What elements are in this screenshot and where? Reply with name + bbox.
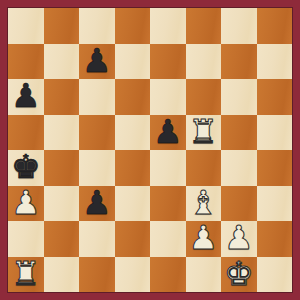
- square-c8[interactable]: [79, 8, 115, 44]
- square-b2[interactable]: [44, 221, 80, 257]
- square-g4[interactable]: [221, 150, 257, 186]
- square-f3[interactable]: ♝: [186, 186, 222, 222]
- square-c6[interactable]: [79, 79, 115, 115]
- square-a1[interactable]: ♜: [8, 257, 44, 293]
- square-f8[interactable]: [186, 8, 222, 44]
- square-f5[interactable]: ♜: [186, 115, 222, 151]
- square-d4[interactable]: [115, 150, 151, 186]
- square-e8[interactable]: [150, 8, 186, 44]
- white-pawn: ♟: [188, 221, 218, 254]
- square-g3[interactable]: [221, 186, 257, 222]
- square-e7[interactable]: [150, 44, 186, 80]
- chess-board: ♟♟♟♜♚♟♟♝♟♟♜♚: [8, 8, 292, 292]
- square-f1[interactable]: [186, 257, 222, 293]
- square-b8[interactable]: [44, 8, 80, 44]
- square-g7[interactable]: [221, 44, 257, 80]
- square-h1[interactable]: [257, 257, 293, 293]
- square-h7[interactable]: [257, 44, 293, 80]
- square-d3[interactable]: [115, 186, 151, 222]
- square-a8[interactable]: [8, 8, 44, 44]
- square-f6[interactable]: [186, 79, 222, 115]
- square-a4[interactable]: ♚: [8, 150, 44, 186]
- square-g8[interactable]: [221, 8, 257, 44]
- square-e3[interactable]: [150, 186, 186, 222]
- square-b1[interactable]: [44, 257, 80, 293]
- black-king: ♚: [11, 150, 41, 183]
- square-b6[interactable]: [44, 79, 80, 115]
- square-h6[interactable]: [257, 79, 293, 115]
- square-g6[interactable]: [221, 79, 257, 115]
- square-d8[interactable]: [115, 8, 151, 44]
- square-d2[interactable]: [115, 221, 151, 257]
- square-a7[interactable]: [8, 44, 44, 80]
- square-g1[interactable]: ♚: [221, 257, 257, 293]
- square-e5[interactable]: ♟: [150, 115, 186, 151]
- black-pawn: ♟: [82, 44, 112, 77]
- square-c2[interactable]: [79, 221, 115, 257]
- white-rook: ♜: [11, 257, 41, 290]
- square-b3[interactable]: [44, 186, 80, 222]
- black-pawn: ♟: [82, 186, 112, 219]
- square-e6[interactable]: [150, 79, 186, 115]
- board-frame: ♟♟♟♜♚♟♟♝♟♟♜♚: [0, 0, 300, 300]
- white-king: ♚: [224, 257, 254, 290]
- square-c3[interactable]: ♟: [79, 186, 115, 222]
- square-a6[interactable]: ♟: [8, 79, 44, 115]
- square-e4[interactable]: [150, 150, 186, 186]
- white-bishop: ♝: [188, 186, 218, 219]
- square-a2[interactable]: [8, 221, 44, 257]
- square-f7[interactable]: [186, 44, 222, 80]
- square-c1[interactable]: [79, 257, 115, 293]
- square-d5[interactable]: [115, 115, 151, 151]
- black-pawn: ♟: [11, 79, 41, 112]
- square-f4[interactable]: [186, 150, 222, 186]
- square-h3[interactable]: [257, 186, 293, 222]
- square-g5[interactable]: [221, 115, 257, 151]
- white-pawn: ♟: [224, 221, 254, 254]
- square-e2[interactable]: [150, 221, 186, 257]
- square-h5[interactable]: [257, 115, 293, 151]
- white-pawn: ♟: [11, 186, 41, 219]
- square-a3[interactable]: ♟: [8, 186, 44, 222]
- white-rook: ♜: [188, 115, 218, 148]
- square-d6[interactable]: [115, 79, 151, 115]
- square-d1[interactable]: [115, 257, 151, 293]
- square-h2[interactable]: [257, 221, 293, 257]
- square-f2[interactable]: ♟: [186, 221, 222, 257]
- square-d7[interactable]: [115, 44, 151, 80]
- square-b5[interactable]: [44, 115, 80, 151]
- black-pawn: ♟: [153, 115, 183, 148]
- square-h4[interactable]: [257, 150, 293, 186]
- square-g2[interactable]: ♟: [221, 221, 257, 257]
- square-b4[interactable]: [44, 150, 80, 186]
- square-c5[interactable]: [79, 115, 115, 151]
- square-h8[interactable]: [257, 8, 293, 44]
- square-e1[interactable]: [150, 257, 186, 293]
- square-a5[interactable]: [8, 115, 44, 151]
- square-c4[interactable]: [79, 150, 115, 186]
- square-b7[interactable]: [44, 44, 80, 80]
- square-c7[interactable]: ♟: [79, 44, 115, 80]
